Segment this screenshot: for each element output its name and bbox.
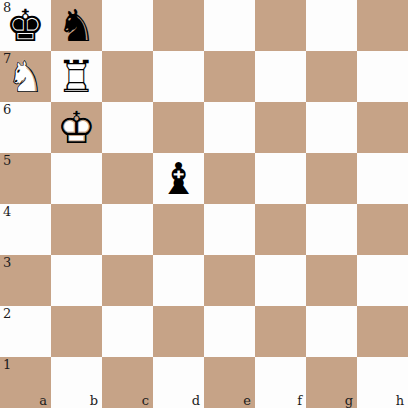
square-e8[interactable] [204,0,255,51]
square-e3[interactable] [204,255,255,306]
square-b1[interactable]: b [51,357,102,408]
square-a4[interactable]: 4 [0,204,51,255]
square-e5[interactable] [204,153,255,204]
square-a8[interactable]: ♚8 [0,0,51,51]
file-label-f: f [297,394,302,407]
square-d2[interactable] [153,306,204,357]
file-label-b: b [90,394,98,407]
square-e4[interactable] [204,204,255,255]
rank-label-7: 7 [3,52,11,65]
square-g1[interactable]: g [306,357,357,408]
square-h1[interactable]: h [357,357,408,408]
square-f7[interactable] [255,51,306,102]
square-d1[interactable]: d [153,357,204,408]
square-e6[interactable] [204,102,255,153]
square-c6[interactable] [102,102,153,153]
square-h6[interactable] [357,102,408,153]
file-label-a: a [39,394,47,407]
rank-label-8: 8 [3,1,11,14]
square-g7[interactable] [306,51,357,102]
square-f1[interactable]: f [255,357,306,408]
square-e1[interactable]: e [204,357,255,408]
square-g3[interactable] [306,255,357,306]
square-b4[interactable] [51,204,102,255]
square-c4[interactable] [102,204,153,255]
rank-label-5: 5 [3,154,11,167]
square-b2[interactable] [51,306,102,357]
square-b8[interactable]: ♞ [51,0,102,51]
square-c1[interactable]: c [102,357,153,408]
rank-label-4: 4 [3,205,11,218]
square-d4[interactable] [153,204,204,255]
square-f5[interactable] [255,153,306,204]
rank-label-2: 2 [3,307,11,320]
square-c2[interactable] [102,306,153,357]
square-b6[interactable]: ♚♔ [51,102,102,153]
square-b7[interactable]: ♜♖ [51,51,102,102]
square-h2[interactable] [357,306,408,357]
file-label-g: g [345,394,353,407]
piece-white-rook: ♜♖ [51,51,102,102]
square-f6[interactable] [255,102,306,153]
square-g5[interactable] [306,153,357,204]
square-a7[interactable]: ♞♘7 [0,51,51,102]
square-d8[interactable] [153,0,204,51]
square-c8[interactable] [102,0,153,51]
square-g4[interactable] [306,204,357,255]
chess-board: ♚8♞♞♘7♜♖6♚♔5♝4321abcdefgh [0,0,408,408]
rank-label-3: 3 [3,256,11,269]
file-label-d: d [192,394,200,407]
rank-label-1: 1 [3,358,11,371]
square-f4[interactable] [255,204,306,255]
square-d5[interactable]: ♝ [153,153,204,204]
square-d6[interactable] [153,102,204,153]
square-h7[interactable] [357,51,408,102]
square-a5[interactable]: 5 [0,153,51,204]
square-a3[interactable]: 3 [0,255,51,306]
square-c3[interactable] [102,255,153,306]
square-h5[interactable] [357,153,408,204]
square-f3[interactable] [255,255,306,306]
square-d7[interactable] [153,51,204,102]
square-c7[interactable] [102,51,153,102]
square-f2[interactable] [255,306,306,357]
square-b5[interactable] [51,153,102,204]
square-g6[interactable] [306,102,357,153]
square-h3[interactable] [357,255,408,306]
square-f8[interactable] [255,0,306,51]
square-a6[interactable]: 6 [0,102,51,153]
square-e7[interactable] [204,51,255,102]
square-h8[interactable] [357,0,408,51]
file-label-c: c [142,394,149,407]
square-g2[interactable] [306,306,357,357]
square-g8[interactable] [306,0,357,51]
square-a1[interactable]: 1a [0,357,51,408]
square-b3[interactable] [51,255,102,306]
piece-black-bishop: ♝ [153,153,204,204]
file-label-h: h [396,394,404,407]
square-c5[interactable] [102,153,153,204]
rank-label-6: 6 [3,103,11,116]
square-e2[interactable] [204,306,255,357]
square-d3[interactable] [153,255,204,306]
file-label-e: e [243,394,251,407]
square-a2[interactable]: 2 [0,306,51,357]
square-h4[interactable] [357,204,408,255]
piece-black-knight: ♞ [51,0,102,51]
piece-white-king: ♚♔ [51,102,102,153]
